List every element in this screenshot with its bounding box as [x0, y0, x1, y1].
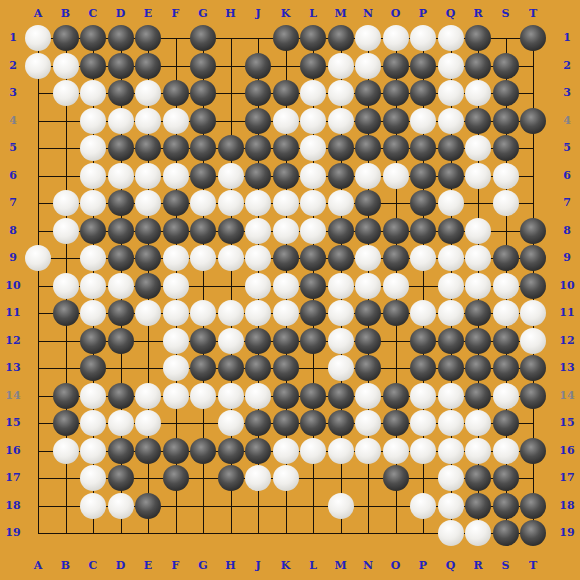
black-stone-P6[interactable]: [410, 163, 436, 189]
white-stone-C17[interactable]: [80, 465, 106, 491]
black-stone-S18[interactable]: [493, 493, 519, 519]
black-stone-T10[interactable]: [520, 273, 546, 299]
white-stone-M4[interactable]: [328, 108, 354, 134]
black-stone-F16[interactable]: [163, 438, 189, 464]
black-stone-H5[interactable]: [218, 135, 244, 161]
col-label-bottom-C: C: [80, 559, 106, 573]
black-stone-K12[interactable]: [273, 328, 299, 354]
black-stone-E2[interactable]: [135, 53, 161, 79]
white-stone-H15[interactable]: [218, 410, 244, 436]
white-stone-J8[interactable]: [245, 218, 271, 244]
col-label-bottom-R: R: [465, 559, 491, 573]
white-stone-L4[interactable]: [300, 108, 326, 134]
white-stone-F4[interactable]: [163, 108, 189, 134]
white-stone-S10[interactable]: [493, 273, 519, 299]
white-stone-G11[interactable]: [190, 300, 216, 326]
black-stone-T8[interactable]: [520, 218, 546, 244]
black-stone-D16[interactable]: [108, 438, 134, 464]
white-stone-J10[interactable]: [245, 273, 271, 299]
black-stone-P13[interactable]: [410, 355, 436, 381]
black-stone-B14[interactable]: [53, 383, 79, 409]
black-stone-L9[interactable]: [300, 245, 326, 271]
white-stone-K7[interactable]: [273, 190, 299, 216]
white-stone-C5[interactable]: [80, 135, 106, 161]
col-label-top-F: F: [163, 7, 189, 21]
white-stone-K8[interactable]: [273, 218, 299, 244]
black-stone-J13[interactable]: [245, 355, 271, 381]
black-stone-J6[interactable]: [245, 163, 271, 189]
black-stone-D8[interactable]: [108, 218, 134, 244]
black-stone-K1[interactable]: [273, 25, 299, 51]
black-stone-G1[interactable]: [190, 25, 216, 51]
col-label-bottom-L: L: [300, 559, 326, 573]
black-stone-C1[interactable]: [80, 25, 106, 51]
white-stone-E3[interactable]: [135, 80, 161, 106]
white-stone-D18[interactable]: [108, 493, 134, 519]
black-stone-M9[interactable]: [328, 245, 354, 271]
white-stone-P16[interactable]: [410, 438, 436, 464]
black-stone-C12[interactable]: [80, 328, 106, 354]
black-stone-K15[interactable]: [273, 410, 299, 436]
white-stone-L16[interactable]: [300, 438, 326, 464]
black-stone-K5[interactable]: [273, 135, 299, 161]
black-stone-R1[interactable]: [465, 25, 491, 51]
white-stone-Q10[interactable]: [438, 273, 464, 299]
black-stone-E5[interactable]: [135, 135, 161, 161]
white-stone-Q1[interactable]: [438, 25, 464, 51]
white-stone-N15[interactable]: [355, 410, 381, 436]
black-stone-B15[interactable]: [53, 410, 79, 436]
white-stone-F6[interactable]: [163, 163, 189, 189]
black-stone-D11[interactable]: [108, 300, 134, 326]
white-stone-G7[interactable]: [190, 190, 216, 216]
white-stone-Q11[interactable]: [438, 300, 464, 326]
black-stone-D3[interactable]: [108, 80, 134, 106]
black-stone-G3[interactable]: [190, 80, 216, 106]
black-stone-L11[interactable]: [300, 300, 326, 326]
white-stone-R6[interactable]: [465, 163, 491, 189]
row-label-right-16: 16: [554, 444, 580, 458]
black-stone-E10[interactable]: [135, 273, 161, 299]
col-label-bottom-D: D: [108, 559, 134, 573]
white-stone-N6[interactable]: [355, 163, 381, 189]
white-stone-P9[interactable]: [410, 245, 436, 271]
black-stone-D2[interactable]: [108, 53, 134, 79]
black-stone-T1[interactable]: [520, 25, 546, 51]
white-stone-P18[interactable]: [410, 493, 436, 519]
stones-layer: [24, 24, 547, 547]
white-stone-C18[interactable]: [80, 493, 106, 519]
black-stone-F3[interactable]: [163, 80, 189, 106]
black-stone-D7[interactable]: [108, 190, 134, 216]
white-stone-G14[interactable]: [190, 383, 216, 409]
col-label-bottom-K: K: [273, 559, 299, 573]
white-stone-F14[interactable]: [163, 383, 189, 409]
white-stone-H12[interactable]: [218, 328, 244, 354]
white-stone-M3[interactable]: [328, 80, 354, 106]
white-stone-R16[interactable]: [465, 438, 491, 464]
col-label-top-H: H: [218, 7, 244, 21]
black-stone-H13[interactable]: [218, 355, 244, 381]
black-stone-G2[interactable]: [190, 53, 216, 79]
white-stone-M12[interactable]: [328, 328, 354, 354]
white-stone-S11[interactable]: [493, 300, 519, 326]
row-label-left-10: 10: [0, 279, 26, 293]
white-stone-B16[interactable]: [53, 438, 79, 464]
black-stone-T19[interactable]: [520, 520, 546, 546]
white-stone-E6[interactable]: [135, 163, 161, 189]
white-stone-F11[interactable]: [163, 300, 189, 326]
white-stone-T11[interactable]: [520, 300, 546, 326]
black-stone-E18[interactable]: [135, 493, 161, 519]
white-stone-E7[interactable]: [135, 190, 161, 216]
black-stone-G13[interactable]: [190, 355, 216, 381]
black-stone-R13[interactable]: [465, 355, 491, 381]
white-stone-M16[interactable]: [328, 438, 354, 464]
white-stone-O10[interactable]: [383, 273, 409, 299]
black-stone-E8[interactable]: [135, 218, 161, 244]
black-stone-D9[interactable]: [108, 245, 134, 271]
white-stone-N2[interactable]: [355, 53, 381, 79]
white-stone-P14[interactable]: [410, 383, 436, 409]
black-stone-E16[interactable]: [135, 438, 161, 464]
black-stone-O9[interactable]: [383, 245, 409, 271]
black-stone-O4[interactable]: [383, 108, 409, 134]
black-stone-O11[interactable]: [383, 300, 409, 326]
white-stone-O1[interactable]: [383, 25, 409, 51]
black-stone-O8[interactable]: [383, 218, 409, 244]
black-stone-P3[interactable]: [410, 80, 436, 106]
black-stone-R18[interactable]: [465, 493, 491, 519]
white-stone-F12[interactable]: [163, 328, 189, 354]
row-label-left-13: 13: [0, 361, 26, 375]
white-stone-G9[interactable]: [190, 245, 216, 271]
black-stone-R12[interactable]: [465, 328, 491, 354]
black-stone-Q6[interactable]: [438, 163, 464, 189]
black-stone-E9[interactable]: [135, 245, 161, 271]
black-stone-O3[interactable]: [383, 80, 409, 106]
black-stone-B1[interactable]: [53, 25, 79, 51]
black-stone-M6[interactable]: [328, 163, 354, 189]
white-stone-N9[interactable]: [355, 245, 381, 271]
black-stone-T18[interactable]: [520, 493, 546, 519]
black-stone-M5[interactable]: [328, 135, 354, 161]
black-stone-L14[interactable]: [300, 383, 326, 409]
white-stone-H7[interactable]: [218, 190, 244, 216]
white-stone-S16[interactable]: [493, 438, 519, 464]
white-stone-L6[interactable]: [300, 163, 326, 189]
white-stone-A1[interactable]: [25, 25, 51, 51]
white-stone-O6[interactable]: [383, 163, 409, 189]
row-label-right-1: 1: [554, 31, 580, 45]
black-stone-M1[interactable]: [328, 25, 354, 51]
black-stone-C8[interactable]: [80, 218, 106, 244]
white-stone-R3[interactable]: [465, 80, 491, 106]
white-stone-B7[interactable]: [53, 190, 79, 216]
black-stone-S19[interactable]: [493, 520, 519, 546]
white-stone-C10[interactable]: [80, 273, 106, 299]
black-stone-L2[interactable]: [300, 53, 326, 79]
black-stone-G8[interactable]: [190, 218, 216, 244]
white-stone-C15[interactable]: [80, 410, 106, 436]
black-stone-J15[interactable]: [245, 410, 271, 436]
white-stone-F9[interactable]: [163, 245, 189, 271]
black-stone-H8[interactable]: [218, 218, 244, 244]
black-stone-O14[interactable]: [383, 383, 409, 409]
white-stone-Q14[interactable]: [438, 383, 464, 409]
white-stone-S7[interactable]: [493, 190, 519, 216]
black-stone-K13[interactable]: [273, 355, 299, 381]
white-stone-Q17[interactable]: [438, 465, 464, 491]
black-stone-D12[interactable]: [108, 328, 134, 354]
black-stone-F5[interactable]: [163, 135, 189, 161]
black-stone-R4[interactable]: [465, 108, 491, 134]
black-stone-J2[interactable]: [245, 53, 271, 79]
black-stone-S13[interactable]: [493, 355, 519, 381]
black-stone-N12[interactable]: [355, 328, 381, 354]
white-stone-N16[interactable]: [355, 438, 381, 464]
black-stone-S17[interactable]: [493, 465, 519, 491]
white-stone-J14[interactable]: [245, 383, 271, 409]
black-stone-S4[interactable]: [493, 108, 519, 134]
white-stone-T12[interactable]: [520, 328, 546, 354]
white-stone-C4[interactable]: [80, 108, 106, 134]
black-stone-N8[interactable]: [355, 218, 381, 244]
black-stone-S2[interactable]: [493, 53, 519, 79]
black-stone-D14[interactable]: [108, 383, 134, 409]
white-stone-Q16[interactable]: [438, 438, 464, 464]
white-stone-B2[interactable]: [53, 53, 79, 79]
white-stone-B8[interactable]: [53, 218, 79, 244]
black-stone-R11[interactable]: [465, 300, 491, 326]
white-stone-E11[interactable]: [135, 300, 161, 326]
black-stone-B11[interactable]: [53, 300, 79, 326]
black-stone-J12[interactable]: [245, 328, 271, 354]
black-stone-S3[interactable]: [493, 80, 519, 106]
black-stone-P7[interactable]: [410, 190, 436, 216]
black-stone-S9[interactable]: [493, 245, 519, 271]
black-stone-R17[interactable]: [465, 465, 491, 491]
black-stone-N7[interactable]: [355, 190, 381, 216]
black-stone-F8[interactable]: [163, 218, 189, 244]
white-stone-C14[interactable]: [80, 383, 106, 409]
row-label-right-15: 15: [554, 416, 580, 430]
white-stone-P1[interactable]: [410, 25, 436, 51]
row-label-left-8: 8: [0, 224, 26, 238]
white-stone-R19[interactable]: [465, 520, 491, 546]
white-stone-D15[interactable]: [108, 410, 134, 436]
white-stone-M7[interactable]: [328, 190, 354, 216]
white-stone-E14[interactable]: [135, 383, 161, 409]
white-stone-F13[interactable]: [163, 355, 189, 381]
white-stone-M10[interactable]: [328, 273, 354, 299]
white-stone-R8[interactable]: [465, 218, 491, 244]
black-stone-J16[interactable]: [245, 438, 271, 464]
black-stone-S12[interactable]: [493, 328, 519, 354]
black-stone-L10[interactable]: [300, 273, 326, 299]
white-stone-B3[interactable]: [53, 80, 79, 106]
black-stone-H17[interactable]: [218, 465, 244, 491]
black-stone-L12[interactable]: [300, 328, 326, 354]
black-stone-P12[interactable]: [410, 328, 436, 354]
black-stone-N3[interactable]: [355, 80, 381, 106]
black-stone-R2[interactable]: [465, 53, 491, 79]
row-label-right-4: 4: [554, 114, 580, 128]
white-stone-H14[interactable]: [218, 383, 244, 409]
white-stone-K4[interactable]: [273, 108, 299, 134]
black-stone-K9[interactable]: [273, 245, 299, 271]
black-stone-O17[interactable]: [383, 465, 409, 491]
white-stone-J17[interactable]: [245, 465, 271, 491]
black-stone-O2[interactable]: [383, 53, 409, 79]
white-stone-C11[interactable]: [80, 300, 106, 326]
white-stone-O16[interactable]: [383, 438, 409, 464]
white-stone-C3[interactable]: [80, 80, 106, 106]
black-stone-T4[interactable]: [520, 108, 546, 134]
white-stone-D4[interactable]: [108, 108, 134, 134]
black-stone-Q5[interactable]: [438, 135, 464, 161]
black-stone-E1[interactable]: [135, 25, 161, 51]
white-stone-C7[interactable]: [80, 190, 106, 216]
black-stone-L1[interactable]: [300, 25, 326, 51]
white-stone-K10[interactable]: [273, 273, 299, 299]
black-stone-N13[interactable]: [355, 355, 381, 381]
white-stone-D6[interactable]: [108, 163, 134, 189]
black-stone-M15[interactable]: [328, 410, 354, 436]
col-label-bottom-S: S: [493, 559, 519, 573]
white-stone-M18[interactable]: [328, 493, 354, 519]
white-stone-J9[interactable]: [245, 245, 271, 271]
white-stone-C16[interactable]: [80, 438, 106, 464]
white-stone-K16[interactable]: [273, 438, 299, 464]
black-stone-Q12[interactable]: [438, 328, 464, 354]
white-stone-A9[interactable]: [25, 245, 51, 271]
black-stone-F7[interactable]: [163, 190, 189, 216]
white-stone-J11[interactable]: [245, 300, 271, 326]
white-stone-L5[interactable]: [300, 135, 326, 161]
white-stone-C6[interactable]: [80, 163, 106, 189]
black-stone-H16[interactable]: [218, 438, 244, 464]
white-stone-N14[interactable]: [355, 383, 381, 409]
white-stone-N1[interactable]: [355, 25, 381, 51]
row-label-right-10: 10: [554, 279, 580, 293]
white-stone-M2[interactable]: [328, 53, 354, 79]
white-stone-E4[interactable]: [135, 108, 161, 134]
black-stone-M8[interactable]: [328, 218, 354, 244]
black-stone-D5[interactable]: [108, 135, 134, 161]
white-stone-H6[interactable]: [218, 163, 244, 189]
black-stone-C2[interactable]: [80, 53, 106, 79]
black-stone-Q13[interactable]: [438, 355, 464, 381]
white-stone-R10[interactable]: [465, 273, 491, 299]
white-stone-B10[interactable]: [53, 273, 79, 299]
black-stone-C13[interactable]: [80, 355, 106, 381]
black-stone-F17[interactable]: [163, 465, 189, 491]
white-stone-C9[interactable]: [80, 245, 106, 271]
white-stone-Q7[interactable]: [438, 190, 464, 216]
white-stone-Q3[interactable]: [438, 80, 464, 106]
white-stone-S6[interactable]: [493, 163, 519, 189]
black-stone-G16[interactable]: [190, 438, 216, 464]
black-stone-O15[interactable]: [383, 410, 409, 436]
white-stone-Q19[interactable]: [438, 520, 464, 546]
white-stone-P11[interactable]: [410, 300, 436, 326]
white-stone-Q18[interactable]: [438, 493, 464, 519]
white-stone-K17[interactable]: [273, 465, 299, 491]
white-stone-R15[interactable]: [465, 410, 491, 436]
black-stone-N5[interactable]: [355, 135, 381, 161]
black-stone-G5[interactable]: [190, 135, 216, 161]
black-stone-L15[interactable]: [300, 410, 326, 436]
black-stone-S5[interactable]: [493, 135, 519, 161]
black-stone-P5[interactable]: [410, 135, 436, 161]
black-stone-Q8[interactable]: [438, 218, 464, 244]
white-stone-A2[interactable]: [25, 53, 51, 79]
white-stone-H9[interactable]: [218, 245, 244, 271]
white-stone-P15[interactable]: [410, 410, 436, 436]
black-stone-G12[interactable]: [190, 328, 216, 354]
black-stone-G4[interactable]: [190, 108, 216, 134]
black-stone-P8[interactable]: [410, 218, 436, 244]
white-stone-M11[interactable]: [328, 300, 354, 326]
black-stone-J4[interactable]: [245, 108, 271, 134]
black-stone-D1[interactable]: [108, 25, 134, 51]
white-stone-S14[interactable]: [493, 383, 519, 409]
black-stone-N4[interactable]: [355, 108, 381, 134]
white-stone-L7[interactable]: [300, 190, 326, 216]
black-stone-O5[interactable]: [383, 135, 409, 161]
black-stone-T16[interactable]: [520, 438, 546, 464]
white-stone-D10[interactable]: [108, 273, 134, 299]
black-stone-K14[interactable]: [273, 383, 299, 409]
row-label-left-2: 2: [0, 59, 26, 73]
black-stone-T14[interactable]: [520, 383, 546, 409]
white-stone-Q9[interactable]: [438, 245, 464, 271]
white-stone-L8[interactable]: [300, 218, 326, 244]
black-stone-S15[interactable]: [493, 410, 519, 436]
black-stone-J5[interactable]: [245, 135, 271, 161]
white-stone-Q2[interactable]: [438, 53, 464, 79]
black-stone-G6[interactable]: [190, 163, 216, 189]
black-stone-T13[interactable]: [520, 355, 546, 381]
white-stone-K11[interactable]: [273, 300, 299, 326]
black-stone-M14[interactable]: [328, 383, 354, 409]
black-stone-J3[interactable]: [245, 80, 271, 106]
white-stone-L3[interactable]: [300, 80, 326, 106]
white-stone-J7[interactable]: [245, 190, 271, 216]
black-stone-P2[interactable]: [410, 53, 436, 79]
row-label-right-13: 13: [554, 361, 580, 375]
black-stone-R14[interactable]: [465, 383, 491, 409]
white-stone-R9[interactable]: [465, 245, 491, 271]
white-stone-E15[interactable]: [135, 410, 161, 436]
white-stone-Q15[interactable]: [438, 410, 464, 436]
white-stone-R5[interactable]: [465, 135, 491, 161]
col-label-bottom-T: T: [520, 559, 546, 573]
white-stone-N10[interactable]: [355, 273, 381, 299]
row-label-left-1: 1: [0, 31, 26, 45]
white-stone-M13[interactable]: [328, 355, 354, 381]
white-stone-F10[interactable]: [163, 273, 189, 299]
white-stone-H11[interactable]: [218, 300, 244, 326]
black-stone-T9[interactable]: [520, 245, 546, 271]
black-stone-K3[interactable]: [273, 80, 299, 106]
black-stone-D17[interactable]: [108, 465, 134, 491]
black-stone-K6[interactable]: [273, 163, 299, 189]
black-stone-N11[interactable]: [355, 300, 381, 326]
white-stone-Q4[interactable]: [438, 108, 464, 134]
white-stone-P4[interactable]: [410, 108, 436, 134]
